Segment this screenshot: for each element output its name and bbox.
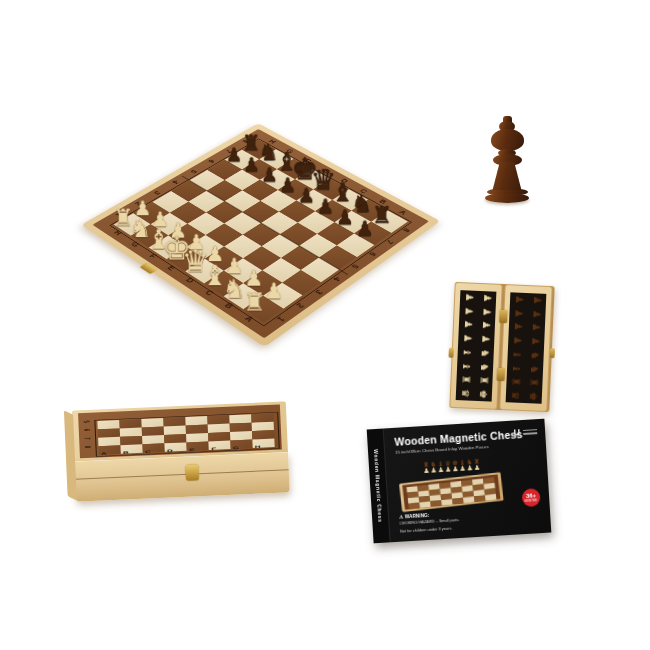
- closed-board-frame: ABCDEFGH5678: [78, 404, 282, 458]
- open-chess-board: ♜♞♝♚♛♝♞♜♟♟♟♟♟♟♟♟♟♟♟♟♟♟♟♟♜♞♝♚♛♝♞♜ HH11GG2…: [134, 96, 388, 350]
- clasp-icon: [186, 464, 200, 481]
- coordinate-label: 6: [367, 251, 378, 258]
- coordinate-label: C: [145, 450, 151, 454]
- stored-piece: ♟: [513, 322, 523, 331]
- stored-piece: ♟: [514, 295, 524, 304]
- coordinate-label: 8: [83, 446, 92, 448]
- closed-board-front-face: [74, 452, 290, 501]
- stored-piece: ♟: [481, 321, 491, 330]
- chess-piece: ♞: [351, 192, 372, 216]
- warning-title: WARNING:: [405, 512, 430, 518]
- coordinate-label: F: [147, 252, 158, 259]
- coordinate-label: 8: [401, 227, 412, 234]
- retail-box-front: Wooden Magnetic Chess 15 inch/38cm Chess…: [384, 419, 552, 543]
- chess-piece: ♟: [244, 268, 263, 289]
- coordinate-label: 6: [206, 159, 216, 165]
- board-square: [441, 499, 453, 506]
- coordinate-label: 4: [332, 276, 343, 283]
- coordinate-label: 1: [275, 315, 287, 323]
- king-body: [488, 162, 526, 190]
- coordinate-label: 5: [82, 420, 91, 422]
- coordinate-label: A: [101, 452, 107, 456]
- closed-folded-board: ABCDEFGH5678: [72, 401, 290, 510]
- coordinate-label: C: [203, 289, 216, 297]
- king-head-dome: [491, 129, 524, 151]
- board-square: [452, 498, 464, 505]
- hero-piece-dark-king: [484, 116, 530, 216]
- coordinate-label: D: [184, 276, 196, 284]
- closed-board-top-face: ABCDEFGH5678: [72, 401, 288, 461]
- stored-piece: ♚: [528, 392, 538, 401]
- stored-piece: ♞: [529, 364, 539, 373]
- chess-piece: ♟: [336, 207, 354, 227]
- brand-logo-text-lines: [523, 429, 537, 435]
- board-square: [419, 501, 431, 508]
- felt-tray-dark-pieces: ♟♟♟♟♟♟♟♟♝♞♝♞♜♜♛♚: [506, 292, 547, 403]
- stored-piece: ♟: [463, 306, 473, 315]
- board-square: ♜: [371, 210, 408, 233]
- stored-piece: ♟: [462, 334, 472, 343]
- board-square: [485, 494, 497, 501]
- side-panel-text: Wooden Magnetic Chess: [374, 449, 383, 523]
- coordinate-label: G: [129, 240, 141, 248]
- brand-logo-icon: U: [513, 427, 520, 437]
- coordinate-label: A: [397, 209, 408, 216]
- stored-piece: ♜: [510, 377, 520, 386]
- stored-piece: ♚: [478, 390, 488, 399]
- chess-piece: ♜: [243, 290, 265, 315]
- coordinate-label: 3: [313, 288, 325, 295]
- board-square: [430, 500, 442, 507]
- coordinate-label: 7: [83, 437, 92, 439]
- coordinate-label: 3: [152, 190, 162, 196]
- chess-piece: ♟: [298, 186, 316, 206]
- coordinate-label: E: [165, 264, 177, 272]
- coordinate-label: A: [243, 315, 256, 324]
- hinge-icon: [497, 368, 506, 381]
- chess-piece: ♟: [317, 196, 335, 216]
- clasp-icon: [448, 348, 453, 358]
- chess-piece: ♟: [226, 145, 243, 164]
- coordinate-label: 6: [82, 429, 91, 431]
- chess-board-3d: ♜♞♝♚♛♝♞♜♟♟♟♟♟♟♟♟♟♟♟♟♟♟♟♟♜♞♝♚♛♝♞♜ HH11GG2…: [81, 123, 440, 347]
- stored-piece: ♟: [531, 309, 541, 318]
- chess-piece: ♟: [279, 175, 296, 194]
- coordinate-label: G: [232, 446, 238, 450]
- coordinate-label: 2: [294, 302, 306, 310]
- stored-piece: ♟: [481, 307, 491, 316]
- stored-piece: ♜: [478, 376, 488, 385]
- brand-logo: U: [513, 426, 537, 437]
- stored-piece: ♝: [511, 350, 521, 359]
- box-art-board: [399, 472, 504, 512]
- clasp-icon: [550, 348, 555, 358]
- warning-block: ⚠ WARNING: CHOKING HAZARD – Small parts.…: [399, 509, 493, 537]
- warning-triangle-icon: ⚠: [399, 514, 404, 519]
- coordinate-label: 7: [384, 239, 395, 246]
- stored-piece: ♟: [530, 337, 540, 346]
- chess-piece: ♟: [243, 155, 260, 174]
- stored-piece: ♛: [510, 391, 520, 400]
- stored-piece: ♟: [512, 336, 522, 345]
- stored-piece: ♛: [460, 389, 470, 398]
- coordinate-label: D: [167, 449, 173, 453]
- chess-board-grid: ♜♞♝♚♛♝♞♜♟♟♟♟♟♟♟♟♟♟♟♟♟♟♟♟♜♞♝♚♛♝♞♜: [114, 140, 408, 323]
- stored-piece: ♜: [460, 375, 470, 384]
- coordinate-label: E: [189, 448, 195, 452]
- stored-piece: ♟: [463, 320, 473, 329]
- age-badge: 36+ MONTHS: [522, 488, 541, 507]
- hinge-icon: [499, 310, 508, 323]
- storage-left-panel: ♟♟♟♟♟♟♟♟♝♞♝♞♜♜♛♚: [449, 282, 502, 410]
- retail-box: Wooden Magnetic Chess Wooden Magnetic Ch…: [367, 419, 552, 544]
- stored-piece: ♞: [480, 348, 490, 357]
- coordinate-label: B: [223, 302, 236, 310]
- chess-piece: ♟: [264, 280, 283, 302]
- coordinate-label: H: [255, 445, 261, 449]
- fold-seam: [75, 469, 289, 479]
- box-art-board-frame: [402, 474, 500, 510]
- stored-piece: ♜: [528, 378, 538, 387]
- stored-piece: ♞: [529, 351, 539, 360]
- stored-piece: ♝: [511, 364, 521, 373]
- product-title: Wooden Magnetic Chess: [394, 428, 523, 448]
- coordinate-label: F: [211, 447, 216, 451]
- chess-piece: ♜: [371, 204, 392, 227]
- chess-piece: ♟: [356, 218, 374, 238]
- stored-piece: ♟: [513, 309, 523, 318]
- stored-piece: ♟: [480, 335, 490, 344]
- king-base: [485, 193, 529, 203]
- coordinate-label: 5: [189, 169, 199, 175]
- coordinate-label: 5: [349, 263, 360, 270]
- stored-piece: ♟: [464, 293, 474, 302]
- age-badge-unit: MONTHS: [525, 499, 537, 503]
- chess-piece: ♟: [261, 165, 278, 184]
- stored-piece: ♞: [479, 362, 489, 371]
- board-square: [474, 495, 486, 502]
- warning-line2: Not for children under 3 years.: [400, 526, 460, 535]
- stored-piece: ♟: [532, 296, 542, 305]
- coordinate-label: B: [123, 451, 129, 455]
- board-square: [463, 496, 475, 503]
- stored-piece: ♝: [462, 348, 472, 357]
- board-square: [408, 503, 420, 510]
- board-frame: ♜♞♝♚♛♝♞♜♟♟♟♟♟♟♟♟♟♟♟♟♟♟♟♟♜♞♝♚♛♝♞♜ HH11GG2…: [92, 129, 429, 338]
- stored-piece: ♟: [531, 323, 541, 332]
- storage-right-panel: ♟♟♟♟♟♟♟♟♝♞♝♞♜♜♛♚: [499, 284, 552, 412]
- stored-piece: ♝: [461, 361, 471, 370]
- open-storage-box: ♟♟♟♟♟♟♟♟♝♞♝♞♜♜♛♚ ♟♟♟♟♟♟♟♟♝♞♝♞♜♜♛♚: [449, 282, 554, 412]
- stored-piece: ♟: [482, 293, 492, 302]
- product-photo-scene: ♜♞♝♚♛♝♞♜♟♟♟♟♟♟♟♟♟♟♟♟♟♟♟♟♜♞♝♚♛♝♞♜ HH11GG2…: [0, 0, 650, 650]
- coordinate-label: 4: [171, 179, 181, 185]
- box-art-board-grid: [406, 477, 496, 509]
- felt-tray-light-pieces: ♟♟♟♟♟♟♟♟♝♞♝♞♜♜♛♚: [456, 290, 497, 401]
